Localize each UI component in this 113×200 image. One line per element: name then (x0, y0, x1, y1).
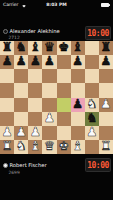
square-h7[interactable]: ♟ (99, 55, 113, 69)
square-c4[interactable] (28, 98, 42, 112)
square-e7[interactable] (57, 55, 71, 69)
square-g1[interactable] (85, 140, 99, 154)
status-bar: Carrier 8:03 PM (0, 0, 113, 10)
square-c1[interactable]: ♝ (28, 140, 42, 154)
piece-black-pawn[interactable]: ♟ (72, 98, 83, 112)
square-g8[interactable] (85, 41, 99, 55)
piece-white-pawn[interactable]: ♟ (44, 112, 55, 126)
square-b5[interactable] (14, 83, 28, 97)
piece-white-pawn[interactable]: ♟ (86, 126, 97, 140)
square-a5[interactable] (0, 83, 14, 97)
bottom-clock-time: 10:00 (87, 161, 109, 170)
piece-black-pawn[interactable]: ♟ (1, 55, 12, 69)
square-c6[interactable] (28, 69, 42, 83)
piece-white-pawn[interactable]: ♟ (100, 98, 111, 112)
square-d7[interactable]: ♟ (42, 55, 56, 69)
piece-white-rook[interactable]: ♜ (100, 140, 111, 154)
piece-black-pawn[interactable]: ♟ (30, 55, 41, 69)
square-c7[interactable]: ♟ (28, 55, 42, 69)
square-b1[interactable]: ♞ (14, 140, 28, 154)
square-h4[interactable]: ♟ (99, 98, 113, 112)
top-player-clock: 10:00 (85, 26, 111, 40)
white-side-dot (3, 163, 8, 168)
square-f7[interactable]: ♟ (71, 55, 85, 69)
bottom-player-clock: 10:00 (85, 158, 111, 172)
square-c5[interactable] (28, 83, 42, 97)
square-f1[interactable]: ♝ (71, 140, 85, 154)
chess-board: ♜♞♝♛♚♝♜♟♟♟♟♟♟♟♞♟♟♞♟♟♟♟♜♞♝♛♚♝♜ (0, 41, 113, 154)
piece-black-king[interactable]: ♚ (58, 41, 69, 55)
square-e3[interactable] (57, 112, 71, 126)
square-d5[interactable] (42, 83, 56, 97)
piece-white-queen[interactable]: ♛ (44, 140, 55, 154)
square-b6[interactable] (14, 69, 28, 83)
square-h3[interactable] (99, 112, 113, 126)
bottom-player-name: Robert Fischer (3, 162, 47, 168)
square-b7[interactable]: ♟ (14, 55, 28, 69)
square-g6[interactable] (85, 69, 99, 83)
square-f6[interactable] (71, 69, 85, 83)
square-f4[interactable]: ♟ (71, 98, 85, 112)
phone-screen: Carrier 8:03 PM Alexander Alekhine 2712 … (0, 0, 113, 200)
square-e5[interactable] (57, 83, 71, 97)
top-clock-time: 10:00 (87, 29, 109, 38)
square-b4[interactable] (14, 98, 28, 112)
square-f3[interactable] (71, 112, 85, 126)
piece-white-bishop[interactable]: ♝ (30, 140, 41, 154)
square-h6[interactable] (99, 69, 113, 83)
piece-white-knight[interactable]: ♞ (16, 140, 27, 154)
status-time: 8:03 PM (0, 2, 113, 7)
piece-black-pawn[interactable]: ♟ (44, 55, 55, 69)
square-e6[interactable] (57, 69, 71, 83)
square-h1[interactable]: ♜ (99, 140, 113, 154)
piece-white-bishop[interactable]: ♝ (72, 140, 83, 154)
square-g2[interactable]: ♟ (85, 126, 99, 140)
top-player-name: Alexander Alekhine (3, 28, 60, 34)
piece-white-rook[interactable]: ♜ (1, 140, 12, 154)
square-a7[interactable]: ♟ (0, 55, 14, 69)
square-a6[interactable] (0, 69, 14, 83)
black-side-dot (3, 29, 8, 34)
battery-icon (101, 3, 109, 7)
square-d6[interactable] (42, 69, 56, 83)
square-e4[interactable] (57, 98, 71, 112)
piece-white-king[interactable]: ♚ (58, 140, 69, 154)
square-a4[interactable] (0, 98, 14, 112)
square-e8[interactable]: ♚ (57, 41, 71, 55)
square-e1[interactable]: ♚ (57, 140, 71, 154)
square-a1[interactable]: ♜ (0, 140, 14, 154)
square-d3[interactable]: ♟ (42, 112, 56, 126)
piece-black-pawn[interactable]: ♟ (16, 55, 27, 69)
piece-black-pawn[interactable]: ♟ (72, 55, 83, 69)
square-d1[interactable]: ♛ (42, 140, 56, 154)
bottom-player-rating: 2699 (9, 170, 20, 175)
square-g7[interactable] (85, 55, 99, 69)
piece-black-pawn[interactable]: ♟ (100, 55, 111, 69)
